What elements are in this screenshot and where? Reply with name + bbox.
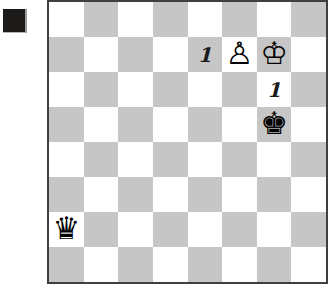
chess-board: 1♙♔1♚♛	[47, 0, 328, 284]
chess-diagram-page: 1♙♔1♚♛	[0, 0, 329, 285]
square-e3[interactable]	[188, 177, 223, 212]
square-b1[interactable]	[84, 247, 119, 282]
square-d7[interactable]	[153, 37, 188, 72]
move-number-annotation: 1	[198, 45, 212, 65]
square-h4[interactable]	[291, 142, 326, 177]
black-to-move-indicator	[3, 9, 27, 33]
square-e7[interactable]: 1	[188, 37, 223, 72]
square-e4[interactable]	[188, 142, 223, 177]
square-c7[interactable]	[118, 37, 153, 72]
square-c3[interactable]	[118, 177, 153, 212]
square-c6[interactable]	[118, 72, 153, 107]
square-g4[interactable]	[257, 142, 292, 177]
square-e2[interactable]	[188, 212, 223, 247]
square-f6[interactable]	[222, 72, 257, 107]
square-c2[interactable]	[118, 212, 153, 247]
square-f8[interactable]	[222, 2, 257, 37]
square-a3[interactable]	[49, 177, 84, 212]
square-b8[interactable]	[84, 2, 119, 37]
square-d2[interactable]	[153, 212, 188, 247]
square-b2[interactable]	[84, 212, 119, 247]
square-f7[interactable]: ♙	[222, 37, 257, 72]
square-c4[interactable]	[118, 142, 153, 177]
square-f1[interactable]	[222, 247, 257, 282]
square-h3[interactable]	[291, 177, 326, 212]
square-a8[interactable]	[49, 2, 84, 37]
square-g2[interactable]	[257, 212, 292, 247]
square-h6[interactable]	[291, 72, 326, 107]
square-g6[interactable]: 1	[257, 72, 292, 107]
square-f3[interactable]	[222, 177, 257, 212]
square-a7[interactable]	[49, 37, 84, 72]
square-d5[interactable]	[153, 107, 188, 142]
square-h8[interactable]	[291, 2, 326, 37]
black-king[interactable]: ♚	[260, 108, 288, 139]
square-e8[interactable]	[188, 2, 223, 37]
square-a1[interactable]	[49, 247, 84, 282]
square-d1[interactable]	[153, 247, 188, 282]
square-b6[interactable]	[84, 72, 119, 107]
square-h5[interactable]	[291, 107, 326, 142]
white-king[interactable]: ♔	[260, 38, 288, 69]
square-d6[interactable]	[153, 72, 188, 107]
square-b4[interactable]	[84, 142, 119, 177]
square-e1[interactable]	[188, 247, 223, 282]
square-c5[interactable]	[118, 107, 153, 142]
square-h7[interactable]	[291, 37, 326, 72]
square-a2[interactable]: ♛	[49, 212, 84, 247]
square-f2[interactable]	[222, 212, 257, 247]
square-e6[interactable]	[188, 72, 223, 107]
square-d8[interactable]	[153, 2, 188, 37]
move-number-annotation: 1	[267, 80, 281, 100]
square-d4[interactable]	[153, 142, 188, 177]
square-f4[interactable]	[222, 142, 257, 177]
square-g7[interactable]: ♔	[257, 37, 292, 72]
square-g3[interactable]	[257, 177, 292, 212]
square-g1[interactable]	[257, 247, 292, 282]
black-queen[interactable]: ♛	[52, 213, 80, 244]
square-f5[interactable]	[222, 107, 257, 142]
square-h1[interactable]	[291, 247, 326, 282]
square-g5[interactable]: ♚	[257, 107, 292, 142]
square-c1[interactable]	[118, 247, 153, 282]
square-h2[interactable]	[291, 212, 326, 247]
square-e5[interactable]	[188, 107, 223, 142]
square-b5[interactable]	[84, 107, 119, 142]
square-b7[interactable]	[84, 37, 119, 72]
square-c8[interactable]	[118, 2, 153, 37]
square-a4[interactable]	[49, 142, 84, 177]
square-a6[interactable]	[49, 72, 84, 107]
white-pawn[interactable]: ♙	[226, 38, 254, 69]
square-a5[interactable]	[49, 107, 84, 142]
square-g8[interactable]	[257, 2, 292, 37]
square-b3[interactable]	[84, 177, 119, 212]
square-d3[interactable]	[153, 177, 188, 212]
